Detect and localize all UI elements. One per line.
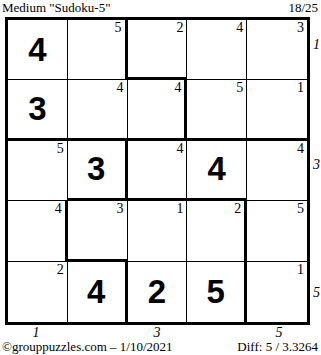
puzzle-page: Medium "Sudoku-5" 18/25 4524334451534444… (0, 0, 321, 355)
cell-r3c4[interactable]: 4 (187, 141, 247, 201)
clue-small: 5 (57, 141, 64, 157)
entry-big: 3 (8, 80, 67, 137)
entry-big: 5 (187, 262, 244, 322)
clue-small: 5 (115, 20, 122, 36)
cell-r3c2[interactable]: 3 (68, 141, 128, 201)
cell-r1c4[interactable]: 4 (187, 20, 247, 80)
cell-r3c1[interactable]: 5 (8, 141, 68, 201)
clue-count: 18/25 (288, 0, 318, 16)
cell-r4c5[interactable]: 5 (247, 201, 307, 261)
clue-small: 3 (117, 201, 124, 217)
entry-big: 4 (187, 141, 246, 198)
clue-small: 2 (176, 20, 183, 36)
row-label-5: 5 (312, 285, 321, 301)
cell-r1c5[interactable]: 3 (247, 20, 307, 80)
cell-r5c3[interactable]: 2 (128, 262, 188, 322)
cell-r3c5[interactable]: 4 (247, 141, 307, 201)
cell-r1c2[interactable]: 5 (68, 20, 128, 80)
clue-small: 4 (176, 141, 183, 157)
copyright-text: ©grouppuzzles.com – 1/10/2021 (2, 339, 173, 355)
cell-r5c4[interactable]: 5 (187, 262, 247, 322)
clue-small: 4 (174, 80, 181, 96)
cell-r2c5[interactable]: 1 (247, 80, 307, 140)
cell-r5c5[interactable]: 1 (247, 262, 307, 322)
clue-small: 5 (236, 80, 243, 96)
cell-r2c4[interactable]: 5 (187, 80, 247, 140)
entry-big: 4 (8, 20, 67, 79)
row-label-1: 1 (312, 37, 321, 53)
cell-r4c4[interactable]: 2 (187, 201, 247, 261)
clue-small: 2 (57, 262, 64, 278)
puzzle-title: Medium "Sudoku-5" (2, 0, 110, 16)
entry-big: 4 (68, 262, 125, 322)
clue-small: 4 (117, 80, 124, 96)
cell-r2c1[interactable]: 3 (8, 80, 68, 140)
clue-small: 1 (297, 80, 304, 96)
clue-small: 4 (297, 141, 304, 157)
cell-r4c1[interactable]: 4 (8, 201, 68, 261)
cell-r2c2[interactable]: 4 (68, 80, 128, 140)
cell-r5c1[interactable]: 2 (8, 262, 68, 322)
cell-r2c3[interactable]: 4 (128, 80, 188, 140)
clue-small: 3 (297, 20, 304, 36)
entry-big: 3 (68, 141, 125, 198)
cell-r3c3[interactable]: 4 (128, 141, 188, 201)
cell-r4c2[interactable]: 3 (68, 201, 128, 261)
cell-r5c2[interactable]: 4 (68, 262, 128, 322)
cell-r4c3[interactable]: 1 (128, 201, 188, 261)
sudoku-board: 4524334451534444312524251 (5, 17, 310, 325)
difficulty-text: Diff: 5 / 3.3264 (237, 339, 318, 355)
clue-small: 5 (297, 201, 304, 217)
clue-small: 1 (176, 201, 183, 217)
clue-small: 4 (236, 20, 243, 36)
cell-r1c3[interactable]: 2 (128, 20, 188, 80)
clue-small: 1 (297, 262, 304, 278)
entry-big: 2 (128, 262, 187, 322)
clue-small: 2 (234, 201, 241, 217)
cell-r1c1[interactable]: 4 (8, 20, 68, 80)
clue-small: 4 (55, 201, 62, 217)
row-label-3: 3 (312, 157, 321, 173)
